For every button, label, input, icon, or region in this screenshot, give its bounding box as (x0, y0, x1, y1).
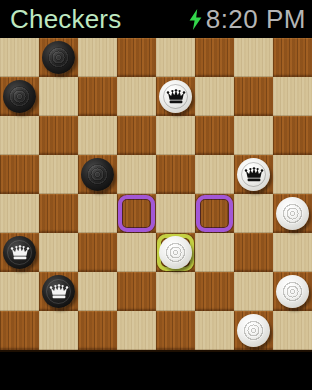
square-r5c3 (117, 233, 156, 272)
square-r6c3[interactable] (117, 272, 156, 311)
square-r7c1 (39, 311, 78, 350)
square-r2c5[interactable] (195, 116, 234, 155)
status-area: 8:20 PM (189, 4, 306, 35)
square-r4c6 (234, 194, 273, 233)
square-r6c4 (156, 272, 195, 311)
square-r6c6 (234, 272, 273, 311)
white-man-piece[interactable] (237, 314, 270, 347)
white-king-piece[interactable] (237, 158, 270, 191)
square-r7c4[interactable] (156, 311, 195, 350)
square-r2c7[interactable] (273, 116, 312, 155)
square-r1c4[interactable] (156, 77, 195, 116)
square-r0c0 (0, 38, 39, 77)
title-bar: Checkers 8:20 PM (0, 0, 312, 38)
square-r2c0 (0, 116, 39, 155)
square-r4c1[interactable] (39, 194, 78, 233)
square-r6c7[interactable] (273, 272, 312, 311)
square-r7c2[interactable] (78, 311, 117, 350)
square-r5c1 (39, 233, 78, 272)
black-king-piece[interactable] (3, 236, 36, 269)
square-r6c0 (0, 272, 39, 311)
crown-icon (244, 167, 264, 182)
square-r5c6[interactable] (234, 233, 273, 272)
lightning-icon (189, 9, 202, 30)
square-r3c1 (39, 155, 78, 194)
square-r1c0[interactable] (0, 77, 39, 116)
square-r4c7[interactable] (273, 194, 312, 233)
square-r0c4 (156, 38, 195, 77)
black-king-piece[interactable] (42, 275, 75, 308)
watch-screen: { "header": { "title": "Checkers", "time… (0, 0, 312, 390)
square-r1c7 (273, 77, 312, 116)
square-r3c2[interactable] (78, 155, 117, 194)
square-r7c0[interactable] (0, 311, 39, 350)
square-r1c5 (195, 77, 234, 116)
white-king-piece[interactable] (159, 80, 192, 113)
square-r2c1[interactable] (39, 116, 78, 155)
square-r3c7 (273, 155, 312, 194)
square-r2c3[interactable] (117, 116, 156, 155)
crown-icon (166, 89, 186, 104)
square-r6c5[interactable] (195, 272, 234, 311)
square-r7c6[interactable] (234, 311, 273, 350)
square-r5c4[interactable] (156, 233, 195, 272)
square-r2c2 (78, 116, 117, 155)
square-r7c7 (273, 311, 312, 350)
square-r0c3[interactable] (117, 38, 156, 77)
square-r5c5 (195, 233, 234, 272)
square-r5c2[interactable] (78, 233, 117, 272)
white-man-piece[interactable] (276, 197, 309, 230)
square-r3c5 (195, 155, 234, 194)
square-r0c2 (78, 38, 117, 77)
square-r0c1[interactable] (39, 38, 78, 77)
white-man-piece[interactable] (159, 236, 192, 269)
square-r1c2[interactable] (78, 77, 117, 116)
square-r1c6[interactable] (234, 77, 273, 116)
black-man-piece[interactable] (42, 41, 75, 74)
square-r3c4[interactable] (156, 155, 195, 194)
square-r6c1[interactable] (39, 272, 78, 311)
square-r3c6[interactable] (234, 155, 273, 194)
square-r4c3[interactable] (117, 194, 156, 233)
square-r0c6 (234, 38, 273, 77)
black-man-piece[interactable] (81, 158, 114, 191)
square-r4c4 (156, 194, 195, 233)
clock-time: 8:20 PM (206, 4, 306, 35)
square-r2c6 (234, 116, 273, 155)
square-r2c4 (156, 116, 195, 155)
square-r4c5[interactable] (195, 194, 234, 233)
black-man-piece[interactable] (3, 80, 36, 113)
square-r7c5 (195, 311, 234, 350)
square-r5c7 (273, 233, 312, 272)
square-r4c0 (0, 194, 39, 233)
square-r6c2 (78, 272, 117, 311)
crown-icon (49, 284, 69, 299)
square-r7c3 (117, 311, 156, 350)
square-r5c0[interactable] (0, 233, 39, 272)
square-r3c0[interactable] (0, 155, 39, 194)
square-r1c1 (39, 77, 78, 116)
square-r3c3 (117, 155, 156, 194)
square-r0c7[interactable] (273, 38, 312, 77)
app-title: Checkers (10, 4, 121, 35)
square-r1c3 (117, 77, 156, 116)
square-r0c5[interactable] (195, 38, 234, 77)
white-man-piece[interactable] (276, 275, 309, 308)
board (0, 38, 312, 352)
square-r4c2 (78, 194, 117, 233)
crown-icon (10, 245, 30, 260)
